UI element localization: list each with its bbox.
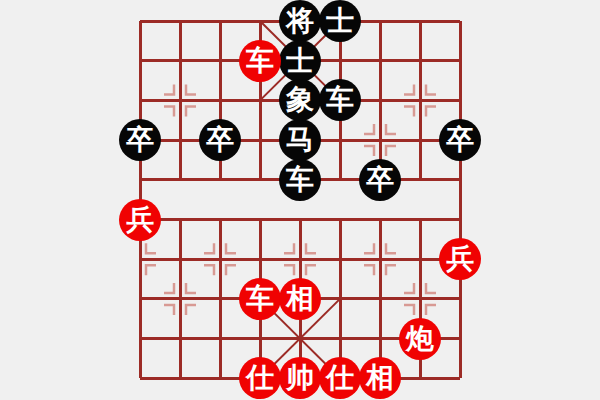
- piece-red-advisor[interactable]: 仕: [239, 357, 281, 399]
- piece-red-elephant[interactable]: 相: [359, 357, 401, 399]
- piece-red-chariot[interactable]: 车: [239, 278, 281, 320]
- piece-red-elephant[interactable]: 相: [279, 278, 321, 320]
- piece-red-advisor[interactable]: 仕: [319, 357, 361, 399]
- piece-red-king[interactable]: 帅: [279, 357, 321, 399]
- xiangqi-board-stage: 将士士车象车卒卒马卒车卒兵兵车相炮仕帅仕相: [0, 0, 600, 400]
- piece-red-soldier[interactable]: 兵: [439, 238, 481, 280]
- piece-black-chariot[interactable]: 车: [319, 79, 361, 121]
- pieces-layer: 将士士车象车卒卒马卒车卒兵兵车相炮仕帅仕相: [0, 0, 600, 400]
- piece-black-elephant[interactable]: 象: [279, 79, 321, 121]
- piece-black-soldier[interactable]: 卒: [119, 119, 161, 161]
- piece-black-soldier[interactable]: 卒: [359, 159, 401, 201]
- piece-red-soldier[interactable]: 兵: [119, 199, 161, 241]
- piece-black-soldier[interactable]: 卒: [439, 119, 481, 161]
- piece-black-horse[interactable]: 马: [279, 119, 321, 161]
- piece-red-cannon[interactable]: 炮: [399, 318, 441, 360]
- piece-black-chariot[interactable]: 车: [279, 159, 321, 201]
- piece-black-advisor[interactable]: 士: [319, 0, 361, 42]
- piece-red-chariot[interactable]: 车: [239, 40, 281, 82]
- piece-black-soldier[interactable]: 卒: [199, 119, 241, 161]
- piece-black-general[interactable]: 将: [279, 0, 321, 42]
- piece-black-advisor[interactable]: 士: [279, 40, 321, 82]
